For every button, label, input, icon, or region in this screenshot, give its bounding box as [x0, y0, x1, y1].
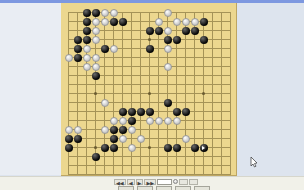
white-stone: [83, 54, 91, 62]
white-stone: [92, 36, 100, 44]
next-move-button[interactable]: ▶: [136, 179, 144, 185]
black-stone: [110, 18, 118, 26]
white-stone: [164, 117, 172, 125]
white-stone: [74, 126, 82, 134]
black-stone: [101, 144, 109, 152]
white-stone: [119, 135, 127, 143]
white-stone: [92, 54, 100, 62]
prev-move-button[interactable]: ◀: [127, 179, 135, 185]
toolbar-button-4[interactable]: [175, 186, 191, 190]
star-point: [148, 38, 151, 41]
black-stone: [65, 135, 73, 143]
white-stone: [92, 63, 100, 71]
move-navigation: ◀◀ ◀ ▶ ▶▶: [114, 178, 198, 185]
black-stone: [164, 36, 172, 44]
black-stone: [173, 108, 181, 116]
window-background: [238, 3, 304, 175]
star-point: [94, 92, 97, 95]
stone-toggle-icon[interactable]: [173, 179, 178, 184]
black-stone: [164, 99, 172, 107]
black-stone: [74, 36, 82, 44]
last-move-marker-icon: [202, 146, 205, 150]
black-stone: [182, 108, 190, 116]
black-stone: [83, 18, 91, 26]
black-stone: [119, 108, 127, 116]
black-stone: [92, 72, 100, 80]
white-stone: [101, 99, 109, 107]
white-stone: [128, 126, 136, 134]
black-stone: [65, 144, 73, 152]
black-stone: [83, 9, 91, 17]
white-stone: [92, 27, 100, 35]
black-stone: [173, 36, 181, 44]
toolbar-button-5[interactable]: [194, 186, 210, 190]
black-stone: [191, 144, 199, 152]
black-stone: [92, 9, 100, 17]
black-stone: [164, 144, 172, 152]
toolbar-button-1[interactable]: [118, 186, 134, 190]
black-stone: [146, 45, 154, 53]
side-panel: [0, 3, 62, 175]
black-stone: [83, 27, 91, 35]
app-window: ◀◀ ◀ ▶ ▶▶: [0, 0, 304, 190]
toolbar-buttons: [118, 186, 210, 190]
white-stone: [110, 45, 118, 53]
white-stone: [182, 135, 190, 143]
go-board[interactable]: [61, 3, 237, 176]
black-stone: [200, 36, 208, 44]
black-stone: [128, 108, 136, 116]
black-stone: [110, 126, 118, 134]
star-point: [202, 92, 205, 95]
black-stone: [146, 108, 154, 116]
star-point: [148, 92, 151, 95]
white-stone: [155, 117, 163, 125]
black-stone: [146, 27, 154, 35]
bottom-toolbar: ◀◀ ◀ ▶ ▶▶: [0, 176, 304, 190]
black-stone: [119, 126, 127, 134]
white-stone: [110, 117, 118, 125]
toolbar-button-3[interactable]: [156, 186, 172, 190]
white-stone: [128, 144, 136, 152]
last-move-button[interactable]: ▶▶: [144, 179, 156, 185]
black-stone: [74, 54, 82, 62]
black-stone: [137, 108, 145, 116]
black-stone: [191, 27, 199, 35]
white-stone: [101, 9, 109, 17]
white-stone: [164, 63, 172, 71]
black-stone: [74, 45, 82, 53]
white-stone: [182, 18, 190, 26]
black-stone: [182, 27, 190, 35]
star-point: [94, 146, 97, 149]
white-stone: [173, 18, 181, 26]
black-stone: [101, 45, 109, 53]
white-stone: [164, 27, 172, 35]
white-stone: [92, 18, 100, 26]
white-stone: [164, 45, 172, 53]
white-stone: [101, 18, 109, 26]
star-point: [148, 146, 151, 149]
black-stone: [155, 27, 163, 35]
black-stone: [173, 144, 181, 152]
toolbar-box-1[interactable]: [179, 179, 188, 185]
black-stone: [110, 135, 118, 143]
white-stone: [191, 18, 199, 26]
black-stone: [200, 144, 208, 152]
white-stone: [173, 117, 181, 125]
move-number-input[interactable]: [157, 179, 172, 185]
white-stone: [83, 63, 91, 71]
black-stone: [110, 144, 118, 152]
white-stone: [155, 18, 163, 26]
black-stone: [119, 18, 127, 26]
white-stone: [101, 126, 109, 134]
white-stone: [65, 126, 73, 134]
white-stone: [119, 117, 127, 125]
white-stone: [164, 9, 172, 17]
white-stone: [65, 54, 73, 62]
white-stone: [110, 9, 118, 17]
mouse-cursor-icon: [250, 153, 258, 172]
black-stone: [74, 135, 82, 143]
black-stone: [200, 18, 208, 26]
board-grid[interactable]: [68, 12, 231, 175]
white-stone: [83, 45, 91, 53]
toolbar-box-2[interactable]: [189, 179, 198, 185]
black-stone: [128, 117, 136, 125]
white-stone: [146, 117, 154, 125]
black-stone: [92, 153, 100, 161]
white-stone: [137, 135, 145, 143]
toolbar-button-2[interactable]: [137, 186, 153, 190]
black-stone: [83, 36, 91, 44]
first-move-button[interactable]: ◀◀: [114, 179, 126, 185]
